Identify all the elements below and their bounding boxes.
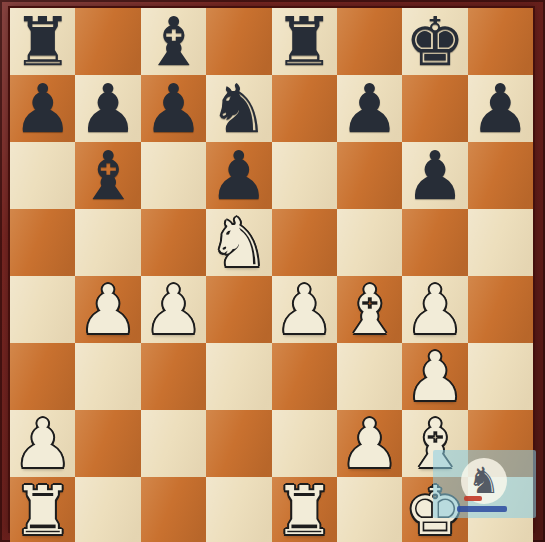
piece-white-bishop-f4[interactable]: ♝ (340, 277, 400, 344)
square-c1[interactable] (141, 477, 206, 542)
piece-black-rook-a8[interactable]: ♜ (13, 9, 73, 76)
square-e7[interactable] (272, 75, 337, 142)
square-g8[interactable]: ♚ (402, 8, 467, 75)
square-h3[interactable] (468, 343, 533, 410)
square-b1[interactable] (75, 477, 140, 542)
square-d3[interactable] (206, 343, 271, 410)
piece-black-pawn-a7[interactable]: ♟ (13, 76, 73, 143)
watermark-red-text (464, 496, 482, 501)
square-h6[interactable] (468, 142, 533, 209)
square-e1[interactable]: ♜ (272, 477, 337, 542)
knight-logo-icon: ♞ (468, 463, 500, 499)
square-e5[interactable] (272, 209, 337, 276)
square-d1[interactable] (206, 477, 271, 542)
square-f4[interactable]: ♝ (337, 276, 402, 343)
square-d5[interactable]: ♞ (206, 209, 271, 276)
square-d2[interactable] (206, 410, 271, 477)
piece-white-pawn-b4[interactable]: ♟ (78, 277, 138, 344)
square-f5[interactable] (337, 209, 402, 276)
piece-white-pawn-a2[interactable]: ♟ (13, 411, 73, 478)
piece-black-bishop-c8[interactable]: ♝ (143, 9, 203, 76)
square-g6[interactable]: ♟ (402, 142, 467, 209)
piece-black-king-g8[interactable]: ♚ (405, 9, 465, 76)
square-a1[interactable]: ♜ (10, 477, 75, 542)
square-h7[interactable]: ♟ (468, 75, 533, 142)
square-a6[interactable] (10, 142, 75, 209)
square-b6[interactable]: ♝ (75, 142, 140, 209)
square-g5[interactable] (402, 209, 467, 276)
piece-white-pawn-g3[interactable]: ♟ (405, 344, 465, 411)
square-g4[interactable]: ♟ (402, 276, 467, 343)
square-e4[interactable]: ♟ (272, 276, 337, 343)
square-e6[interactable] (272, 142, 337, 209)
square-c6[interactable] (141, 142, 206, 209)
watermark: ♞ (433, 450, 536, 518)
square-d7[interactable]: ♞ (206, 75, 271, 142)
piece-white-knight-d5[interactable]: ♞ (209, 210, 269, 277)
piece-black-pawn-d6[interactable]: ♟ (209, 143, 269, 210)
piece-black-knight-d7[interactable]: ♞ (209, 76, 269, 143)
piece-white-pawn-g4[interactable]: ♟ (405, 277, 465, 344)
square-d8[interactable] (206, 8, 271, 75)
square-a2[interactable]: ♟ (10, 410, 75, 477)
square-c2[interactable] (141, 410, 206, 477)
piece-black-pawn-b7[interactable]: ♟ (78, 76, 138, 143)
square-b5[interactable] (75, 209, 140, 276)
square-b3[interactable] (75, 343, 140, 410)
square-b2[interactable] (75, 410, 140, 477)
piece-black-bishop-b6[interactable]: ♝ (78, 143, 138, 210)
piece-white-rook-a1[interactable]: ♜ (13, 478, 73, 542)
square-f7[interactable]: ♟ (337, 75, 402, 142)
square-h5[interactable] (468, 209, 533, 276)
square-f2[interactable]: ♟ (337, 410, 402, 477)
piece-black-rook-e8[interactable]: ♜ (274, 9, 334, 76)
square-e8[interactable]: ♜ (272, 8, 337, 75)
square-b4[interactable]: ♟ (75, 276, 140, 343)
square-a5[interactable] (10, 209, 75, 276)
piece-white-pawn-f2[interactable]: ♟ (340, 411, 400, 478)
square-c7[interactable]: ♟ (141, 75, 206, 142)
piece-black-pawn-c7[interactable]: ♟ (143, 76, 203, 143)
square-e2[interactable] (272, 410, 337, 477)
square-a3[interactable] (10, 343, 75, 410)
piece-white-pawn-e4[interactable]: ♟ (274, 277, 334, 344)
square-a7[interactable]: ♟ (10, 75, 75, 142)
square-f1[interactable] (337, 477, 402, 542)
square-e3[interactable] (272, 343, 337, 410)
square-d4[interactable] (206, 276, 271, 343)
square-f3[interactable] (337, 343, 402, 410)
square-f6[interactable] (337, 142, 402, 209)
square-c3[interactable] (141, 343, 206, 410)
square-c5[interactable] (141, 209, 206, 276)
square-c4[interactable]: ♟ (141, 276, 206, 343)
square-b8[interactable] (75, 8, 140, 75)
piece-black-pawn-h7[interactable]: ♟ (470, 76, 530, 143)
square-a8[interactable]: ♜ (10, 8, 75, 75)
piece-black-pawn-f7[interactable]: ♟ (340, 76, 400, 143)
square-b7[interactable]: ♟ (75, 75, 140, 142)
square-d6[interactable]: ♟ (206, 142, 271, 209)
square-c8[interactable]: ♝ (141, 8, 206, 75)
piece-white-rook-e1[interactable]: ♜ (274, 478, 334, 542)
square-a4[interactable] (10, 276, 75, 343)
square-h4[interactable] (468, 276, 533, 343)
piece-white-pawn-c4[interactable]: ♟ (143, 277, 203, 344)
piece-black-pawn-g6[interactable]: ♟ (405, 143, 465, 210)
square-g7[interactable] (402, 75, 467, 142)
square-g3[interactable]: ♟ (402, 343, 467, 410)
square-f8[interactable] (337, 8, 402, 75)
square-h8[interactable] (468, 8, 533, 75)
board-frame: ♜♝♜♚♟♟♟♞♟♟♝♟♟♞♟♟♟♝♟♟♟♟♝♜♜♚ ♞ (0, 0, 545, 542)
watermark-blue-text (457, 506, 507, 512)
